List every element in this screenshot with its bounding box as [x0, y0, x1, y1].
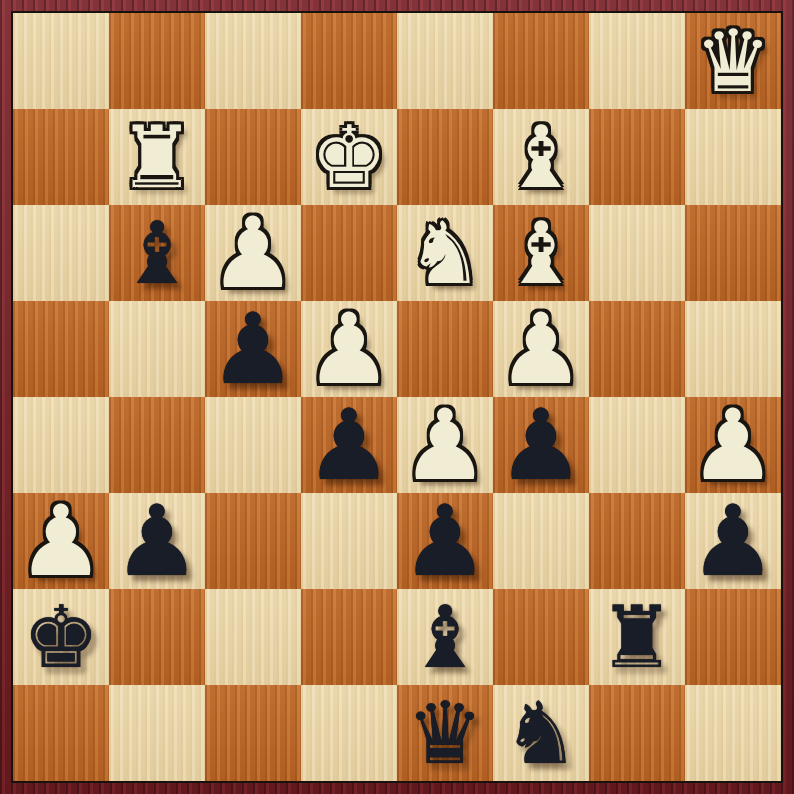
square-a8[interactable]	[13, 13, 109, 109]
square-e1[interactable]: ♛	[397, 685, 493, 781]
piece-black-pawn[interactable]: ♟	[685, 493, 781, 589]
square-f1[interactable]: ♞	[493, 685, 589, 781]
square-g2[interactable]: ♜	[589, 589, 685, 685]
square-f8[interactable]	[493, 13, 589, 109]
square-h7[interactable]	[685, 109, 781, 205]
square-a4[interactable]	[13, 397, 109, 493]
square-e8[interactable]	[397, 13, 493, 109]
square-a6[interactable]	[13, 205, 109, 301]
square-g3[interactable]	[589, 493, 685, 589]
square-f6[interactable]: ♝	[493, 205, 589, 301]
board-frame: ♛♜♚♝♝♟♞♝♟♟♟♟♟♟♟♟♟♟♟♚♝♜♛♞	[0, 0, 794, 794]
square-d3[interactable]	[301, 493, 397, 589]
square-a1[interactable]	[13, 685, 109, 781]
piece-white-pawn[interactable]: ♟	[13, 493, 109, 589]
square-b3[interactable]: ♟	[109, 493, 205, 589]
square-d6[interactable]	[301, 205, 397, 301]
piece-white-king[interactable]: ♚	[301, 109, 397, 205]
board-border-line: ♛♜♚♝♝♟♞♝♟♟♟♟♟♟♟♟♟♟♟♚♝♜♛♞	[11, 11, 783, 783]
square-b8[interactable]	[109, 13, 205, 109]
piece-white-rook[interactable]: ♜	[109, 109, 205, 205]
square-h4[interactable]: ♟	[685, 397, 781, 493]
square-g7[interactable]	[589, 109, 685, 205]
square-d1[interactable]	[301, 685, 397, 781]
square-f4[interactable]: ♟	[493, 397, 589, 493]
square-c3[interactable]	[205, 493, 301, 589]
square-e4[interactable]: ♟	[397, 397, 493, 493]
square-c1[interactable]	[205, 685, 301, 781]
square-h1[interactable]	[685, 685, 781, 781]
piece-black-king[interactable]: ♚	[13, 589, 109, 685]
square-d2[interactable]	[301, 589, 397, 685]
chess-board: ♛♜♚♝♝♟♞♝♟♟♟♟♟♟♟♟♟♟♟♚♝♜♛♞	[13, 13, 781, 781]
piece-white-pawn[interactable]: ♟	[301, 301, 397, 397]
square-e6[interactable]: ♞	[397, 205, 493, 301]
piece-white-pawn[interactable]: ♟	[397, 397, 493, 493]
piece-white-knight[interactable]: ♞	[397, 205, 493, 301]
piece-black-bishop[interactable]: ♝	[397, 589, 493, 685]
piece-white-pawn[interactable]: ♟	[493, 301, 589, 397]
square-b2[interactable]	[109, 589, 205, 685]
piece-white-pawn[interactable]: ♟	[205, 205, 301, 301]
piece-black-bishop[interactable]: ♝	[109, 205, 205, 301]
square-f7[interactable]: ♝	[493, 109, 589, 205]
square-c6[interactable]: ♟	[205, 205, 301, 301]
square-b5[interactable]	[109, 301, 205, 397]
square-c5[interactable]: ♟	[205, 301, 301, 397]
square-c8[interactable]	[205, 13, 301, 109]
square-h3[interactable]: ♟	[685, 493, 781, 589]
square-b6[interactable]: ♝	[109, 205, 205, 301]
square-h2[interactable]	[685, 589, 781, 685]
square-a3[interactable]: ♟	[13, 493, 109, 589]
piece-black-queen[interactable]: ♛	[397, 685, 493, 781]
piece-black-rook[interactable]: ♜	[589, 589, 685, 685]
square-h8[interactable]: ♛	[685, 13, 781, 109]
square-f3[interactable]	[493, 493, 589, 589]
piece-white-bishop[interactable]: ♝	[493, 205, 589, 301]
square-h6[interactable]	[685, 205, 781, 301]
square-d7[interactable]: ♚	[301, 109, 397, 205]
square-d4[interactable]: ♟	[301, 397, 397, 493]
square-a7[interactable]	[13, 109, 109, 205]
square-a2[interactable]: ♚	[13, 589, 109, 685]
piece-white-pawn[interactable]: ♟	[685, 397, 781, 493]
square-g8[interactable]	[589, 13, 685, 109]
piece-white-queen[interactable]: ♛	[685, 13, 781, 109]
square-h5[interactable]	[685, 301, 781, 397]
piece-black-pawn[interactable]: ♟	[109, 493, 205, 589]
square-e3[interactable]: ♟	[397, 493, 493, 589]
piece-black-pawn[interactable]: ♟	[493, 397, 589, 493]
square-c7[interactable]	[205, 109, 301, 205]
square-g5[interactable]	[589, 301, 685, 397]
square-e7[interactable]	[397, 109, 493, 205]
square-b7[interactable]: ♜	[109, 109, 205, 205]
square-a5[interactable]	[13, 301, 109, 397]
square-b4[interactable]	[109, 397, 205, 493]
square-f5[interactable]: ♟	[493, 301, 589, 397]
piece-black-knight[interactable]: ♞	[493, 685, 589, 781]
square-e2[interactable]: ♝	[397, 589, 493, 685]
piece-black-pawn[interactable]: ♟	[397, 493, 493, 589]
square-d5[interactable]: ♟	[301, 301, 397, 397]
square-d8[interactable]	[301, 13, 397, 109]
piece-white-bishop[interactable]: ♝	[493, 109, 589, 205]
square-c4[interactable]	[205, 397, 301, 493]
square-b1[interactable]	[109, 685, 205, 781]
square-f2[interactable]	[493, 589, 589, 685]
square-g4[interactable]	[589, 397, 685, 493]
square-c2[interactable]	[205, 589, 301, 685]
square-g1[interactable]	[589, 685, 685, 781]
square-g6[interactable]	[589, 205, 685, 301]
square-e5[interactable]	[397, 301, 493, 397]
piece-black-pawn[interactable]: ♟	[205, 301, 301, 397]
piece-black-pawn[interactable]: ♟	[301, 397, 397, 493]
